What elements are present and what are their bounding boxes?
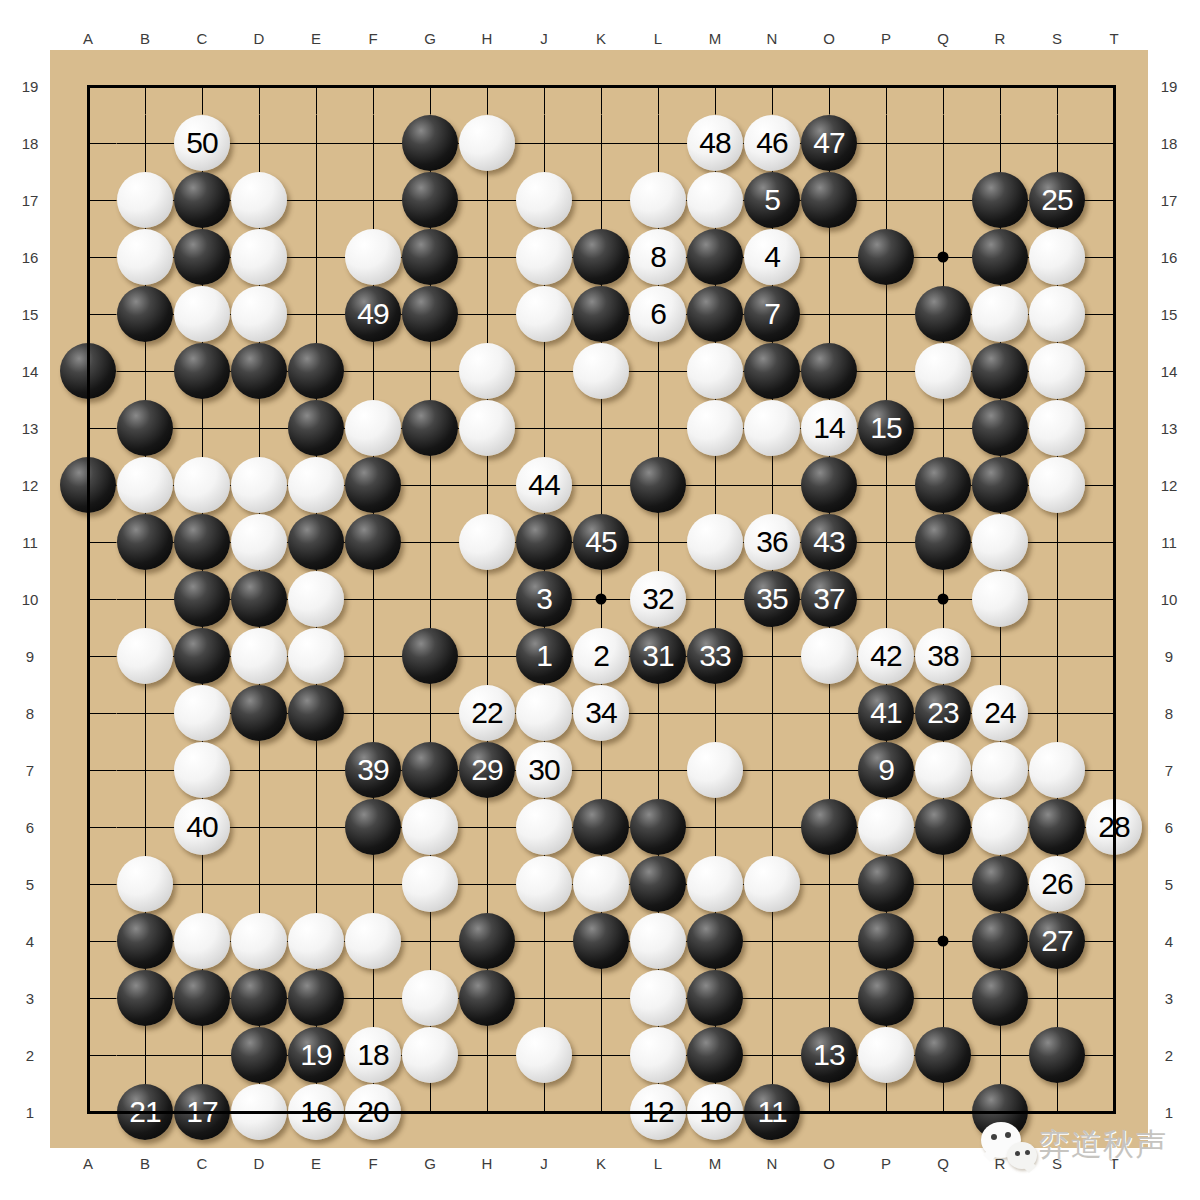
intersection[interactable]: 33 bbox=[687, 628, 744, 685]
intersection[interactable] bbox=[402, 514, 459, 571]
intersection[interactable] bbox=[345, 343, 402, 400]
intersection[interactable] bbox=[402, 970, 459, 1027]
intersection[interactable] bbox=[402, 343, 459, 400]
intersection[interactable] bbox=[516, 343, 573, 400]
intersection[interactable] bbox=[60, 856, 117, 913]
intersection[interactable] bbox=[972, 1084, 1029, 1141]
intersection[interactable]: 35 bbox=[744, 571, 801, 628]
intersection[interactable] bbox=[516, 229, 573, 286]
intersection[interactable] bbox=[231, 742, 288, 799]
intersection[interactable] bbox=[915, 571, 972, 628]
intersection[interactable] bbox=[858, 1027, 915, 1084]
intersection[interactable] bbox=[972, 286, 1029, 343]
intersection[interactable] bbox=[516, 856, 573, 913]
intersection[interactable] bbox=[288, 514, 345, 571]
intersection[interactable] bbox=[402, 172, 459, 229]
intersection[interactable] bbox=[858, 172, 915, 229]
intersection[interactable] bbox=[60, 571, 117, 628]
intersection[interactable] bbox=[516, 970, 573, 1027]
intersection[interactable] bbox=[459, 457, 516, 514]
intersection[interactable]: 45 bbox=[573, 514, 630, 571]
intersection[interactable]: 29 bbox=[459, 742, 516, 799]
intersection[interactable] bbox=[345, 970, 402, 1027]
intersection[interactable] bbox=[1086, 343, 1143, 400]
intersection[interactable] bbox=[60, 685, 117, 742]
intersection[interactable] bbox=[858, 913, 915, 970]
intersection[interactable] bbox=[630, 970, 687, 1027]
intersection[interactable] bbox=[60, 58, 117, 115]
intersection[interactable] bbox=[573, 742, 630, 799]
intersection[interactable] bbox=[1029, 115, 1086, 172]
intersection[interactable] bbox=[858, 856, 915, 913]
intersection[interactable] bbox=[345, 571, 402, 628]
intersection[interactable]: 18 bbox=[345, 1027, 402, 1084]
intersection[interactable] bbox=[459, 229, 516, 286]
intersection[interactable] bbox=[972, 229, 1029, 286]
intersection[interactable] bbox=[459, 343, 516, 400]
intersection[interactable] bbox=[687, 286, 744, 343]
intersection[interactable]: 24 bbox=[972, 685, 1029, 742]
intersection[interactable] bbox=[1086, 1084, 1143, 1141]
intersection[interactable] bbox=[744, 1027, 801, 1084]
intersection[interactable] bbox=[1086, 172, 1143, 229]
intersection[interactable] bbox=[630, 514, 687, 571]
intersection[interactable] bbox=[858, 115, 915, 172]
intersection[interactable] bbox=[801, 970, 858, 1027]
intersection[interactable] bbox=[459, 799, 516, 856]
intersection[interactable] bbox=[231, 286, 288, 343]
intersection[interactable] bbox=[744, 400, 801, 457]
intersection[interactable] bbox=[60, 799, 117, 856]
intersection[interactable] bbox=[630, 913, 687, 970]
intersection[interactable] bbox=[573, 799, 630, 856]
intersection[interactable] bbox=[231, 685, 288, 742]
intersection[interactable] bbox=[972, 742, 1029, 799]
intersection[interactable] bbox=[972, 913, 1029, 970]
intersection[interactable] bbox=[459, 400, 516, 457]
intersection[interactable]: 8 bbox=[630, 229, 687, 286]
intersection[interactable] bbox=[60, 742, 117, 799]
intersection[interactable]: 23 bbox=[915, 685, 972, 742]
intersection[interactable] bbox=[1029, 343, 1086, 400]
intersection[interactable] bbox=[744, 970, 801, 1027]
intersection[interactable] bbox=[174, 172, 231, 229]
intersection[interactable] bbox=[972, 58, 1029, 115]
intersection[interactable] bbox=[402, 913, 459, 970]
intersection[interactable] bbox=[231, 514, 288, 571]
intersection[interactable]: 15 bbox=[858, 400, 915, 457]
intersection[interactable] bbox=[1029, 571, 1086, 628]
intersection[interactable] bbox=[231, 571, 288, 628]
intersection[interactable]: 41 bbox=[858, 685, 915, 742]
intersection[interactable] bbox=[174, 286, 231, 343]
intersection[interactable]: 3 bbox=[516, 571, 573, 628]
intersection[interactable] bbox=[345, 514, 402, 571]
intersection[interactable] bbox=[288, 799, 345, 856]
intersection[interactable] bbox=[858, 286, 915, 343]
intersection[interactable] bbox=[516, 115, 573, 172]
intersection[interactable] bbox=[687, 172, 744, 229]
intersection[interactable]: 20 bbox=[345, 1084, 402, 1141]
intersection[interactable] bbox=[744, 343, 801, 400]
intersection[interactable] bbox=[117, 343, 174, 400]
intersection[interactable] bbox=[402, 685, 459, 742]
intersection[interactable] bbox=[915, 1084, 972, 1141]
intersection[interactable] bbox=[402, 742, 459, 799]
intersection[interactable] bbox=[801, 742, 858, 799]
intersection[interactable] bbox=[801, 685, 858, 742]
intersection[interactable]: 46 bbox=[744, 115, 801, 172]
intersection[interactable] bbox=[1086, 286, 1143, 343]
intersection[interactable] bbox=[573, 970, 630, 1027]
intersection[interactable]: 2 bbox=[573, 628, 630, 685]
intersection[interactable] bbox=[744, 457, 801, 514]
intersection[interactable] bbox=[60, 913, 117, 970]
intersection[interactable] bbox=[174, 628, 231, 685]
intersection[interactable] bbox=[972, 1027, 1029, 1084]
intersection[interactable] bbox=[972, 343, 1029, 400]
intersection[interactable] bbox=[1086, 571, 1143, 628]
intersection[interactable] bbox=[972, 799, 1029, 856]
intersection[interactable] bbox=[915, 58, 972, 115]
intersection[interactable]: 10 bbox=[687, 1084, 744, 1141]
intersection[interactable]: 43 bbox=[801, 514, 858, 571]
intersection[interactable] bbox=[915, 172, 972, 229]
intersection[interactable] bbox=[231, 628, 288, 685]
intersection[interactable] bbox=[744, 685, 801, 742]
intersection[interactable]: 37 bbox=[801, 571, 858, 628]
intersection[interactable] bbox=[801, 799, 858, 856]
intersection[interactable] bbox=[1086, 457, 1143, 514]
intersection[interactable]: 30 bbox=[516, 742, 573, 799]
intersection[interactable] bbox=[744, 742, 801, 799]
intersection[interactable] bbox=[459, 856, 516, 913]
intersection[interactable] bbox=[60, 343, 117, 400]
intersection[interactable] bbox=[858, 343, 915, 400]
intersection[interactable]: 7 bbox=[744, 286, 801, 343]
intersection[interactable] bbox=[117, 970, 174, 1027]
intersection[interactable] bbox=[174, 856, 231, 913]
intersection[interactable] bbox=[345, 400, 402, 457]
intersection[interactable] bbox=[630, 799, 687, 856]
intersection[interactable] bbox=[288, 58, 345, 115]
intersection[interactable] bbox=[972, 172, 1029, 229]
intersection[interactable] bbox=[1029, 685, 1086, 742]
intersection[interactable] bbox=[117, 628, 174, 685]
intersection[interactable] bbox=[60, 514, 117, 571]
intersection[interactable] bbox=[288, 400, 345, 457]
intersection[interactable] bbox=[60, 172, 117, 229]
intersection[interactable] bbox=[288, 742, 345, 799]
intersection[interactable] bbox=[402, 229, 459, 286]
intersection[interactable] bbox=[231, 343, 288, 400]
intersection[interactable] bbox=[915, 742, 972, 799]
intersection[interactable] bbox=[1086, 1027, 1143, 1084]
intersection[interactable] bbox=[174, 400, 231, 457]
intersection[interactable] bbox=[402, 400, 459, 457]
intersection[interactable] bbox=[345, 913, 402, 970]
intersection[interactable]: 1 bbox=[516, 628, 573, 685]
intersection[interactable]: 38 bbox=[915, 628, 972, 685]
intersection[interactable] bbox=[1086, 913, 1143, 970]
intersection[interactable] bbox=[60, 115, 117, 172]
intersection[interactable]: 26 bbox=[1029, 856, 1086, 913]
intersection[interactable] bbox=[801, 229, 858, 286]
intersection[interactable] bbox=[687, 970, 744, 1027]
intersection[interactable] bbox=[687, 457, 744, 514]
intersection[interactable] bbox=[117, 229, 174, 286]
intersection[interactable] bbox=[231, 1027, 288, 1084]
intersection[interactable] bbox=[231, 799, 288, 856]
intersection[interactable] bbox=[516, 286, 573, 343]
intersection[interactable] bbox=[231, 970, 288, 1027]
intersection[interactable]: 27 bbox=[1029, 913, 1086, 970]
intersection[interactable]: 5 bbox=[744, 172, 801, 229]
intersection[interactable] bbox=[459, 172, 516, 229]
intersection[interactable] bbox=[1029, 514, 1086, 571]
intersection[interactable]: 47 bbox=[801, 115, 858, 172]
intersection[interactable] bbox=[687, 571, 744, 628]
intersection[interactable] bbox=[1086, 685, 1143, 742]
intersection[interactable] bbox=[687, 1027, 744, 1084]
intersection[interactable] bbox=[687, 514, 744, 571]
intersection[interactable] bbox=[858, 799, 915, 856]
intersection[interactable] bbox=[801, 172, 858, 229]
intersection[interactable] bbox=[174, 457, 231, 514]
intersection[interactable] bbox=[915, 913, 972, 970]
intersection[interactable] bbox=[402, 628, 459, 685]
intersection[interactable] bbox=[402, 1027, 459, 1084]
intersection[interactable] bbox=[1029, 970, 1086, 1027]
intersection[interactable]: 32 bbox=[630, 571, 687, 628]
intersection[interactable] bbox=[288, 343, 345, 400]
intersection[interactable] bbox=[1086, 400, 1143, 457]
intersection[interactable] bbox=[1029, 1084, 1086, 1141]
intersection[interactable] bbox=[516, 685, 573, 742]
intersection[interactable] bbox=[402, 115, 459, 172]
intersection[interactable] bbox=[573, 400, 630, 457]
intersection[interactable] bbox=[231, 400, 288, 457]
intersection[interactable] bbox=[345, 58, 402, 115]
intersection[interactable] bbox=[915, 115, 972, 172]
intersection[interactable] bbox=[459, 514, 516, 571]
intersection[interactable] bbox=[801, 856, 858, 913]
intersection[interactable] bbox=[231, 856, 288, 913]
intersection[interactable] bbox=[687, 742, 744, 799]
intersection[interactable] bbox=[972, 400, 1029, 457]
intersection[interactable]: 50 bbox=[174, 115, 231, 172]
intersection[interactable]: 39 bbox=[345, 742, 402, 799]
intersection[interactable] bbox=[117, 286, 174, 343]
intersection[interactable] bbox=[915, 457, 972, 514]
intersection[interactable] bbox=[117, 400, 174, 457]
intersection[interactable] bbox=[858, 571, 915, 628]
intersection[interactable]: 42 bbox=[858, 628, 915, 685]
intersection[interactable]: 17 bbox=[174, 1084, 231, 1141]
intersection[interactable]: 36 bbox=[744, 514, 801, 571]
intersection[interactable] bbox=[60, 628, 117, 685]
intersection[interactable]: 44 bbox=[516, 457, 573, 514]
intersection[interactable] bbox=[402, 1084, 459, 1141]
intersection[interactable] bbox=[288, 571, 345, 628]
intersection[interactable] bbox=[459, 58, 516, 115]
intersection[interactable] bbox=[516, 172, 573, 229]
intersection[interactable] bbox=[117, 571, 174, 628]
intersection[interactable]: 16 bbox=[288, 1084, 345, 1141]
intersection[interactable] bbox=[174, 229, 231, 286]
intersection[interactable] bbox=[687, 343, 744, 400]
intersection[interactable] bbox=[117, 685, 174, 742]
intersection[interactable] bbox=[516, 514, 573, 571]
intersection[interactable] bbox=[174, 970, 231, 1027]
intersection[interactable] bbox=[231, 913, 288, 970]
intersection[interactable] bbox=[1029, 286, 1086, 343]
intersection[interactable] bbox=[117, 913, 174, 970]
intersection[interactable] bbox=[858, 1084, 915, 1141]
intersection[interactable] bbox=[459, 115, 516, 172]
intersection[interactable] bbox=[174, 685, 231, 742]
intersection[interactable]: 31 bbox=[630, 628, 687, 685]
intersection[interactable] bbox=[573, 115, 630, 172]
intersection[interactable] bbox=[516, 1027, 573, 1084]
intersection[interactable] bbox=[1086, 514, 1143, 571]
intersection[interactable] bbox=[1029, 1027, 1086, 1084]
intersection[interactable] bbox=[1086, 58, 1143, 115]
intersection[interactable] bbox=[174, 571, 231, 628]
intersection[interactable] bbox=[1029, 58, 1086, 115]
intersection[interactable] bbox=[744, 856, 801, 913]
intersection[interactable] bbox=[516, 1084, 573, 1141]
intersection[interactable]: 48 bbox=[687, 115, 744, 172]
intersection[interactable] bbox=[573, 913, 630, 970]
intersection[interactable] bbox=[459, 1084, 516, 1141]
intersection[interactable]: 40 bbox=[174, 799, 231, 856]
intersection[interactable] bbox=[972, 457, 1029, 514]
intersection[interactable]: 13 bbox=[801, 1027, 858, 1084]
intersection[interactable] bbox=[459, 1027, 516, 1084]
intersection[interactable] bbox=[288, 970, 345, 1027]
intersection[interactable] bbox=[459, 571, 516, 628]
intersection[interactable] bbox=[60, 286, 117, 343]
intersection[interactable]: 9 bbox=[858, 742, 915, 799]
intersection[interactable] bbox=[687, 799, 744, 856]
intersection[interactable] bbox=[915, 1027, 972, 1084]
intersection[interactable] bbox=[60, 1084, 117, 1141]
intersection[interactable] bbox=[972, 514, 1029, 571]
intersection[interactable] bbox=[288, 457, 345, 514]
intersection[interactable] bbox=[1086, 229, 1143, 286]
intersection[interactable] bbox=[402, 58, 459, 115]
intersection[interactable] bbox=[288, 172, 345, 229]
intersection[interactable] bbox=[516, 58, 573, 115]
intersection[interactable] bbox=[117, 457, 174, 514]
intersection[interactable] bbox=[630, 742, 687, 799]
intersection[interactable] bbox=[801, 457, 858, 514]
intersection[interactable] bbox=[60, 457, 117, 514]
intersection[interactable] bbox=[288, 913, 345, 970]
intersection[interactable] bbox=[345, 457, 402, 514]
intersection[interactable] bbox=[1086, 742, 1143, 799]
intersection[interactable] bbox=[915, 514, 972, 571]
intersection[interactable] bbox=[687, 58, 744, 115]
intersection[interactable] bbox=[687, 400, 744, 457]
intersection[interactable] bbox=[630, 685, 687, 742]
intersection[interactable] bbox=[573, 1027, 630, 1084]
intersection[interactable] bbox=[630, 457, 687, 514]
intersection[interactable] bbox=[1029, 628, 1086, 685]
intersection[interactable]: 11 bbox=[744, 1084, 801, 1141]
intersection[interactable] bbox=[60, 229, 117, 286]
intersection[interactable] bbox=[573, 172, 630, 229]
intersection[interactable] bbox=[972, 970, 1029, 1027]
intersection[interactable] bbox=[459, 970, 516, 1027]
intersection[interactable] bbox=[573, 457, 630, 514]
intersection[interactable] bbox=[801, 286, 858, 343]
intersection[interactable]: 12 bbox=[630, 1084, 687, 1141]
intersection[interactable] bbox=[687, 685, 744, 742]
intersection[interactable] bbox=[345, 799, 402, 856]
intersection[interactable] bbox=[60, 970, 117, 1027]
intersection[interactable] bbox=[231, 115, 288, 172]
intersection[interactable] bbox=[516, 799, 573, 856]
intersection[interactable] bbox=[1086, 628, 1143, 685]
intersection[interactable] bbox=[573, 343, 630, 400]
intersection[interactable] bbox=[1029, 799, 1086, 856]
intersection[interactable] bbox=[972, 856, 1029, 913]
intersection[interactable] bbox=[345, 172, 402, 229]
intersection[interactable]: 49 bbox=[345, 286, 402, 343]
intersection[interactable]: 14 bbox=[801, 400, 858, 457]
intersection[interactable] bbox=[288, 286, 345, 343]
intersection[interactable] bbox=[858, 58, 915, 115]
intersection[interactable]: 4 bbox=[744, 229, 801, 286]
intersection[interactable] bbox=[288, 115, 345, 172]
intersection[interactable] bbox=[573, 229, 630, 286]
intersection[interactable] bbox=[174, 913, 231, 970]
intersection[interactable] bbox=[174, 514, 231, 571]
intersection[interactable] bbox=[231, 172, 288, 229]
intersection[interactable] bbox=[231, 58, 288, 115]
intersection[interactable] bbox=[117, 514, 174, 571]
intersection[interactable] bbox=[801, 628, 858, 685]
intersection[interactable] bbox=[345, 628, 402, 685]
intersection[interactable] bbox=[573, 1084, 630, 1141]
intersection[interactable] bbox=[516, 400, 573, 457]
intersection[interactable] bbox=[858, 229, 915, 286]
intersection[interactable] bbox=[288, 685, 345, 742]
intersection[interactable] bbox=[972, 628, 1029, 685]
intersection[interactable] bbox=[915, 799, 972, 856]
intersection[interactable] bbox=[573, 286, 630, 343]
intersection[interactable] bbox=[915, 856, 972, 913]
intersection[interactable] bbox=[801, 913, 858, 970]
intersection[interactable] bbox=[801, 58, 858, 115]
intersection[interactable] bbox=[60, 400, 117, 457]
intersection[interactable] bbox=[630, 115, 687, 172]
intersection[interactable] bbox=[174, 343, 231, 400]
intersection[interactable]: 28 bbox=[1086, 799, 1143, 856]
intersection[interactable] bbox=[117, 1027, 174, 1084]
intersection[interactable] bbox=[117, 172, 174, 229]
intersection[interactable] bbox=[915, 343, 972, 400]
intersection[interactable]: 22 bbox=[459, 685, 516, 742]
intersection[interactable] bbox=[915, 229, 972, 286]
intersection[interactable] bbox=[60, 1027, 117, 1084]
intersection[interactable] bbox=[288, 628, 345, 685]
intersection[interactable] bbox=[1086, 115, 1143, 172]
intersection[interactable] bbox=[744, 913, 801, 970]
intersection[interactable] bbox=[402, 856, 459, 913]
